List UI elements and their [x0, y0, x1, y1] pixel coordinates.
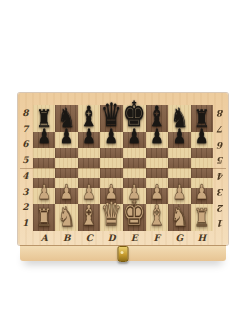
rank-label-8: 8 [213, 105, 228, 121]
square-h1[interactable]: ♜ [191, 204, 213, 231]
rank-label-4: 4 [213, 168, 228, 184]
rank-label-3: 3 [18, 184, 33, 200]
square-d7[interactable]: ♟ [100, 132, 122, 148]
rank-label-5: 5 [18, 152, 33, 168]
white-bishop-piece[interactable]: ♝ [148, 202, 167, 230]
square-d6[interactable] [100, 148, 122, 158]
white-queen-piece[interactable]: ♛ [101, 198, 123, 230]
brass-clasp-icon [118, 246, 129, 262]
square-h5[interactable] [191, 158, 213, 168]
file-label-d: D [101, 231, 124, 245]
square-d4[interactable] [100, 168, 122, 178]
file-label-b: B [56, 231, 79, 245]
white-knight-piece[interactable]: ♞ [58, 203, 76, 230]
square-b6[interactable] [55, 148, 77, 158]
black-pawn-piece[interactable]: ♟ [173, 127, 186, 147]
square-g6[interactable] [168, 148, 190, 158]
square-a4[interactable] [33, 168, 55, 178]
white-bishop-piece[interactable]: ♝ [80, 202, 99, 230]
board-fold-seam [20, 168, 226, 169]
white-knight-piece[interactable]: ♞ [170, 203, 188, 230]
square-e5[interactable] [123, 158, 146, 168]
square-b5[interactable] [55, 158, 77, 168]
white-rook-piece[interactable]: ♜ [194, 206, 210, 230]
rank-label-6: 6 [213, 137, 228, 153]
square-f4[interactable] [146, 168, 168, 178]
square-d5[interactable] [100, 158, 122, 168]
square-f7[interactable]: ♟ [146, 132, 168, 148]
square-c1[interactable]: ♝ [78, 204, 100, 231]
square-h6[interactable] [191, 148, 213, 158]
square-b1[interactable]: ♞ [55, 204, 77, 231]
square-g1[interactable]: ♞ [168, 204, 190, 231]
black-pawn-piece[interactable]: ♟ [60, 127, 73, 147]
square-b4[interactable] [55, 168, 77, 178]
file-label-h: H [191, 231, 214, 245]
square-c7[interactable]: ♟ [78, 132, 100, 148]
rank-label-6: 6 [18, 137, 33, 153]
file-label-c: C [78, 231, 101, 245]
square-e7[interactable]: ♟ [123, 132, 146, 148]
square-a7[interactable]: ♟ [33, 132, 55, 148]
square-f5[interactable] [146, 158, 168, 168]
black-pawn-piece[interactable]: ♟ [195, 127, 208, 147]
square-e6[interactable] [123, 148, 146, 158]
black-pawn-piece[interactable]: ♟ [150, 127, 163, 147]
white-king-piece[interactable]: ♚ [123, 195, 146, 230]
product-photo: 87654321 87654321 ABCDEFGH ♜♞♝♛♚♝♞♜♟♟♟♟♟… [0, 0, 246, 328]
white-rook-piece[interactable]: ♜ [36, 206, 52, 230]
square-h2[interactable]: ♟ [191, 188, 213, 204]
rank-label-1: 1 [18, 215, 33, 231]
rank-label-5: 5 [213, 152, 228, 168]
rank-label-7: 7 [213, 121, 228, 137]
square-c4[interactable] [78, 168, 100, 178]
rank-label-4: 4 [18, 168, 33, 184]
file-label-g: G [168, 231, 191, 245]
square-b7[interactable]: ♟ [55, 132, 77, 148]
square-f6[interactable] [146, 148, 168, 158]
square-g4[interactable] [168, 168, 190, 178]
rank-label-2: 2 [18, 200, 33, 216]
rank-label-2: 2 [213, 200, 228, 216]
square-f1[interactable]: ♝ [146, 204, 168, 231]
rank-label-7: 7 [18, 121, 33, 137]
square-a5[interactable] [33, 158, 55, 168]
square-a2[interactable]: ♟ [33, 188, 55, 204]
rank-label-8: 8 [18, 105, 33, 121]
black-pawn-piece[interactable]: ♟ [105, 127, 118, 147]
square-e4[interactable] [123, 168, 146, 178]
box-front-edge [20, 245, 226, 261]
square-a1[interactable]: ♜ [33, 204, 55, 231]
black-pawn-piece[interactable]: ♟ [82, 127, 95, 147]
square-d1[interactable]: ♛ [100, 204, 122, 231]
square-g5[interactable] [168, 158, 190, 168]
file-label-e: E [123, 231, 146, 245]
square-h7[interactable]: ♟ [191, 132, 213, 148]
square-g7[interactable]: ♟ [168, 132, 190, 148]
square-e1[interactable]: ♚ [123, 204, 146, 231]
file-label-f: F [146, 231, 169, 245]
square-c5[interactable] [78, 158, 100, 168]
file-labels-bottom: ABCDEFGH [33, 231, 213, 245]
black-pawn-piece[interactable]: ♟ [127, 127, 140, 147]
white-pawn-piece[interactable]: ♟ [37, 183, 50, 203]
file-label-a: A [33, 231, 56, 245]
rank-label-1: 1 [213, 215, 228, 231]
square-h4[interactable] [191, 168, 213, 178]
square-c6[interactable] [78, 148, 100, 158]
square-a6[interactable] [33, 148, 55, 158]
chess-board-box: 87654321 87654321 ABCDEFGH ♜♞♝♛♚♝♞♜♟♟♟♟♟… [18, 93, 228, 245]
white-pawn-piece[interactable]: ♟ [195, 183, 208, 203]
rank-label-3: 3 [213, 184, 228, 200]
black-pawn-piece[interactable]: ♟ [37, 127, 50, 147]
